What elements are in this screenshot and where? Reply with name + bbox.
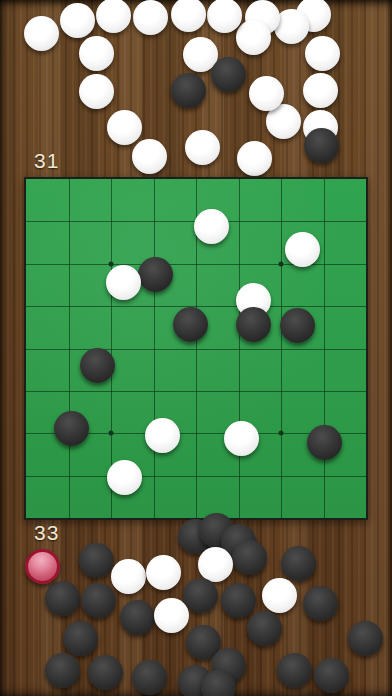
white-stone[interactable] [207, 0, 242, 33]
black-stone[interactable] [81, 583, 116, 618]
black-stone[interactable] [138, 257, 173, 292]
top-stone-counter: 31 [34, 150, 59, 171]
star-point [109, 431, 114, 436]
white-stone[interactable] [107, 460, 142, 495]
black-stone[interactable] [247, 611, 282, 646]
white-stone[interactable] [303, 73, 338, 108]
black-stone[interactable] [221, 583, 256, 618]
white-stone[interactable] [111, 559, 146, 594]
white-stone[interactable] [133, 0, 168, 35]
star-point [109, 261, 114, 266]
black-stone[interactable] [304, 128, 339, 163]
grid-line [324, 179, 325, 518]
grid-line [26, 476, 366, 477]
white-stone[interactable] [237, 141, 272, 176]
white-stone[interactable] [96, 0, 131, 33]
white-stone[interactable] [198, 547, 233, 582]
white-stone[interactable] [24, 16, 59, 51]
star-point [279, 431, 284, 436]
black-stone[interactable] [132, 660, 167, 695]
black-stone[interactable] [307, 425, 342, 460]
white-stone[interactable] [154, 598, 189, 633]
grid-line [26, 391, 366, 392]
black-stone[interactable] [314, 658, 349, 693]
white-stone[interactable] [79, 36, 114, 71]
star-point [279, 261, 284, 266]
white-stone[interactable] [249, 76, 284, 111]
grid-line [281, 179, 282, 518]
black-stone[interactable] [45, 653, 80, 688]
black-stone[interactable] [173, 307, 208, 342]
black-stone[interactable] [281, 546, 316, 581]
black-stone[interactable] [232, 540, 267, 575]
white-stone[interactable] [171, 0, 206, 32]
black-stone[interactable] [120, 600, 155, 635]
white-stone[interactable] [79, 74, 114, 109]
white-stone[interactable] [194, 209, 229, 244]
black-stone[interactable] [88, 655, 123, 690]
black-stone[interactable] [211, 57, 246, 92]
black-stone[interactable] [45, 581, 80, 616]
black-stone[interactable] [280, 308, 315, 343]
grid-line [26, 349, 366, 350]
black-stone[interactable] [183, 578, 218, 613]
white-stone[interactable] [106, 265, 141, 300]
black-stone[interactable] [54, 411, 89, 446]
red-stone[interactable] [25, 549, 60, 584]
bottom-stone-counter: 33 [34, 522, 59, 543]
black-stone[interactable] [171, 73, 206, 108]
white-stone[interactable] [285, 232, 320, 267]
white-stone[interactable] [146, 555, 181, 590]
black-stone[interactable] [303, 586, 338, 621]
white-stone[interactable] [185, 130, 220, 165]
white-stone[interactable] [145, 418, 180, 453]
white-stone[interactable] [60, 3, 95, 38]
black-stone[interactable] [79, 543, 114, 578]
white-stone[interactable] [262, 578, 297, 613]
white-stone[interactable] [107, 110, 142, 145]
white-stone[interactable] [224, 421, 259, 456]
grid-line [239, 179, 240, 518]
white-stone[interactable] [236, 20, 271, 55]
black-stone[interactable] [236, 307, 271, 342]
black-stone[interactable] [80, 348, 115, 383]
black-stone[interactable] [277, 653, 312, 688]
white-stone[interactable] [132, 139, 167, 174]
white-stone[interactable] [305, 36, 340, 71]
black-stone[interactable] [63, 621, 98, 656]
game-screen: 31 33 [0, 0, 392, 696]
black-stone[interactable] [348, 621, 383, 656]
